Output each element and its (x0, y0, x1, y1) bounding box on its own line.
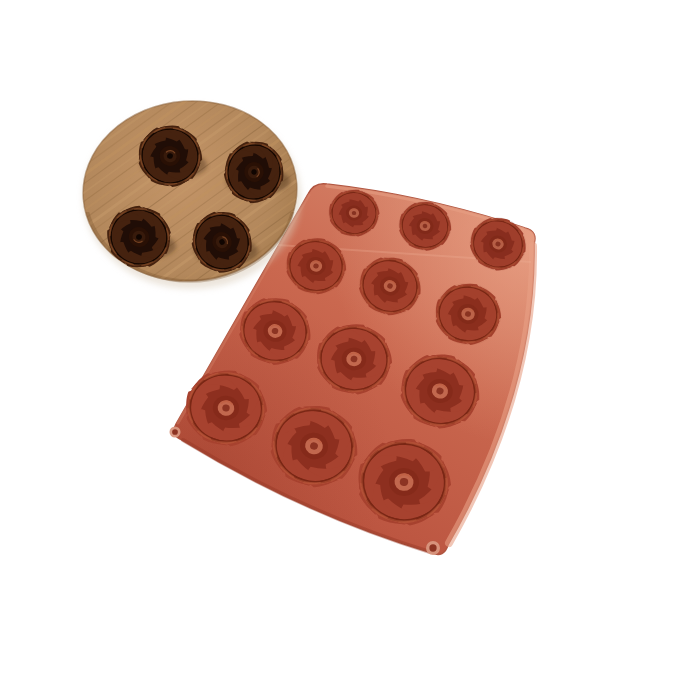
product-photo-canvas (0, 0, 680, 680)
hang-hole (426, 541, 440, 555)
scene-svg (0, 0, 680, 680)
hang-hole (170, 427, 181, 438)
scene (0, 0, 680, 680)
